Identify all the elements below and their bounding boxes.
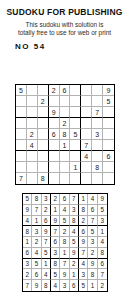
solution-cell-r6c4: 3 xyxy=(51,248,60,259)
puzzle-cell-r7c2 xyxy=(27,151,38,162)
puzzle-cell-r2c1 xyxy=(16,96,27,107)
solution-cell-r9c5: 3 xyxy=(60,280,69,291)
puzzle-cell-r7c6 xyxy=(70,151,81,162)
solution-cell-r7c5: 7 xyxy=(60,259,69,270)
solution-cell-r9c3: 8 xyxy=(42,280,51,291)
sudoku-page: SUDOKU FOR PUBLISHING This sudoku with s… xyxy=(0,0,129,300)
solution-cell-r7c7: 4 xyxy=(79,259,88,270)
puzzle-cell-r4c1 xyxy=(16,118,27,129)
solution-cell-r5c1: 1 xyxy=(23,237,32,248)
solution-cell-r1c1: 5 xyxy=(23,194,32,205)
solution-cell-r4c1: 8 xyxy=(23,226,32,237)
solution-cell-r2c9: 5 xyxy=(98,205,107,216)
puzzle-cell-r7c9: 6 xyxy=(103,151,114,162)
puzzle-cell-r8c3 xyxy=(38,162,49,173)
solution-cell-r3c6: 8 xyxy=(70,216,79,227)
solution-cell-r5c9: 4 xyxy=(98,237,107,248)
solution-cell-r7c4: 8 xyxy=(51,259,60,270)
puzzle-cell-r4c9 xyxy=(103,118,114,129)
puzzle-cell-r9c3: 8 xyxy=(38,173,49,184)
solution-cell-r4c6: 4 xyxy=(70,226,79,237)
puzzle-cell-r4c4 xyxy=(49,118,60,129)
subtitle-line-1: This sudoku with solution is xyxy=(0,21,129,29)
solution-cell-r4c4: 7 xyxy=(51,226,60,237)
puzzle-cell-r7c5 xyxy=(60,151,71,162)
puzzle-cell-r1c3 xyxy=(38,85,49,96)
puzzle-cell-r2c2 xyxy=(27,96,38,107)
solution-cell-r4c8: 5 xyxy=(88,226,97,237)
puzzle-cell-r3c1 xyxy=(16,107,27,118)
solution-cell-r9c9: 2 xyxy=(98,280,107,291)
puzzle-cell-r1c8 xyxy=(92,85,103,96)
puzzle-cell-r3c3 xyxy=(38,107,49,118)
solution-cell-r5c7: 9 xyxy=(79,237,88,248)
puzzle-cell-r5c9 xyxy=(103,129,114,140)
solution-cell-r3c8: 7 xyxy=(88,216,97,227)
puzzle-cell-r1c5: 6 xyxy=(60,85,71,96)
puzzle-cell-r2c7 xyxy=(81,96,92,107)
puzzle-cell-r2c6 xyxy=(70,96,81,107)
puzzle-cell-r2c3: 2 xyxy=(38,96,49,107)
puzzle-cell-r7c4 xyxy=(49,151,60,162)
solution-cell-r9c8: 1 xyxy=(88,280,97,291)
puzzle-cell-r1c9: 9 xyxy=(103,85,114,96)
puzzle-cell-r6c3 xyxy=(38,140,49,151)
solution-cell-r1c6: 7 xyxy=(70,194,79,205)
solution-cell-r9c1: 7 xyxy=(23,280,32,291)
puzzle-cell-r4c7 xyxy=(81,118,92,129)
solution-cell-r2c3: 2 xyxy=(42,205,51,216)
puzzle-cell-r8c8: 8 xyxy=(92,162,103,173)
solution-cell-r8c6: 1 xyxy=(70,269,79,280)
solution-cell-r8c9: 7 xyxy=(98,269,107,280)
puzzle-cell-r5c4: 6 xyxy=(49,129,60,140)
solution-cell-r6c7: 7 xyxy=(79,248,88,259)
puzzle-cell-r9c4 xyxy=(49,173,60,184)
puzzle-cell-r8c9 xyxy=(103,162,114,173)
solution-cell-r2c7: 8 xyxy=(79,205,88,216)
solution-cell-r8c3: 4 xyxy=(42,269,51,280)
puzzle-cell-r3c9 xyxy=(103,107,114,118)
puzzle-cell-r6c7: 7 xyxy=(81,140,92,151)
solution-cell-r1c8: 4 xyxy=(88,194,97,205)
puzzle-cell-r6c9 xyxy=(103,140,114,151)
subtitle-line-2: totally free to use for web or print xyxy=(0,29,129,37)
solution-cell-r4c3: 9 xyxy=(42,226,51,237)
solution-cell-r4c7: 6 xyxy=(79,226,88,237)
solution-cell-r6c8: 2 xyxy=(88,248,97,259)
solution-cell-r4c2: 3 xyxy=(32,226,41,237)
solution-cell-r7c2: 5 xyxy=(32,259,41,270)
puzzle-cell-r6c8 xyxy=(92,140,103,151)
puzzle-cell-r6c6 xyxy=(70,140,81,151)
solution-cell-r3c4: 9 xyxy=(51,216,60,227)
solution-cell-r1c3: 3 xyxy=(42,194,51,205)
solution-cell-r4c9: 1 xyxy=(98,226,107,237)
puzzle-cell-r3c5 xyxy=(60,107,71,118)
puzzle-cell-r5c1 xyxy=(16,129,27,140)
solution-cell-r9c2: 9 xyxy=(32,280,41,291)
puzzle-cell-r2c9: 5 xyxy=(103,96,114,107)
puzzle-cell-r4c8 xyxy=(92,118,103,129)
solution-cell-r7c8: 9 xyxy=(88,259,97,270)
solution-cell-r7c9: 6 xyxy=(98,259,107,270)
puzzle-cell-r3c8: 7 xyxy=(92,107,103,118)
puzzle-cell-r8c4 xyxy=(49,162,60,173)
solution-cell-r2c5: 4 xyxy=(60,205,69,216)
puzzle-cell-r1c6 xyxy=(70,85,81,96)
solution-cell-r9c4: 4 xyxy=(51,280,60,291)
puzzle-cell-r1c2 xyxy=(27,85,38,96)
puzzle-cell-r9c7 xyxy=(81,173,92,184)
solution-grid: 5832671499721438654169582738397246511276… xyxy=(22,193,108,292)
puzzle-cell-r7c7: 4 xyxy=(81,151,92,162)
puzzle-grid: 52692597226853417461878 xyxy=(15,84,115,185)
puzzle-cell-r3c6 xyxy=(70,107,81,118)
solution-cell-r3c2: 1 xyxy=(32,216,41,227)
solution-cell-r2c1: 9 xyxy=(23,205,32,216)
solution-cell-r7c1: 3 xyxy=(23,259,32,270)
puzzle-cell-r8c6: 1 xyxy=(70,162,81,173)
puzzle-cell-r4c3 xyxy=(38,118,49,129)
puzzle-cell-r8c2 xyxy=(27,162,38,173)
solution-cell-r5c6: 5 xyxy=(70,237,79,248)
solution-cell-r6c9: 8 xyxy=(98,248,107,259)
solution-cell-r6c6: 9 xyxy=(70,248,79,259)
solution-cell-r6c2: 4 xyxy=(32,248,41,259)
puzzle-cell-r5c7 xyxy=(81,129,92,140)
solution-cell-r6c3: 5 xyxy=(42,248,51,259)
solution-cell-r8c5: 9 xyxy=(60,269,69,280)
solution-cell-r7c3: 1 xyxy=(42,259,51,270)
solution-cell-r4c5: 2 xyxy=(60,226,69,237)
solution-cell-r2c6: 3 xyxy=(70,205,79,216)
puzzle-cell-r6c2: 4 xyxy=(27,140,38,151)
puzzle-number-label: NO 54 xyxy=(15,42,46,51)
puzzle-cell-r1c7 xyxy=(81,85,92,96)
solution-cell-r5c8: 3 xyxy=(88,237,97,248)
puzzle-cell-r5c8: 3 xyxy=(92,129,103,140)
solution-cell-r3c5: 5 xyxy=(60,216,69,227)
puzzle-cell-r9c1: 7 xyxy=(16,173,27,184)
solution-cell-r1c9: 9 xyxy=(98,194,107,205)
puzzle-cell-r7c8 xyxy=(92,151,103,162)
solution-cell-r2c4: 1 xyxy=(51,205,60,216)
puzzle-cell-r3c2 xyxy=(27,107,38,118)
solution-cell-r3c3: 6 xyxy=(42,216,51,227)
puzzle-cell-r6c4 xyxy=(49,140,60,151)
puzzle-cell-r6c5: 1 xyxy=(60,140,71,151)
solution-cell-r8c1: 2 xyxy=(23,269,32,280)
puzzle-cell-r8c5 xyxy=(60,162,71,173)
solution-cell-r5c2: 2 xyxy=(32,237,41,248)
puzzle-cell-r5c3 xyxy=(38,129,49,140)
page-title: SUDOKU FOR PUBLISHING xyxy=(0,7,129,17)
solution-cell-r5c3: 7 xyxy=(42,237,51,248)
solution-cell-r8c7: 3 xyxy=(79,269,88,280)
solution-cell-r6c5: 1 xyxy=(60,248,69,259)
puzzle-cell-r9c9 xyxy=(103,173,114,184)
puzzle-cell-r5c2: 2 xyxy=(27,129,38,140)
solution-cell-r9c7: 5 xyxy=(79,280,88,291)
solution-cell-r1c2: 8 xyxy=(32,194,41,205)
puzzle-cell-r9c6 xyxy=(70,173,81,184)
solution-cell-r1c7: 1 xyxy=(79,194,88,205)
puzzle-cell-r5c6: 5 xyxy=(70,129,81,140)
puzzle-cell-r4c2 xyxy=(27,118,38,129)
solution-cell-r1c5: 6 xyxy=(60,194,69,205)
puzzle-cell-r6c1 xyxy=(16,140,27,151)
solution-cell-r1c4: 2 xyxy=(51,194,60,205)
puzzle-cell-r8c7 xyxy=(81,162,92,173)
solution-cell-r8c2: 6 xyxy=(32,269,41,280)
puzzle-cell-r8c1 xyxy=(16,162,27,173)
solution-cell-r3c9: 3 xyxy=(98,216,107,227)
puzzle-cell-r4c6 xyxy=(70,118,81,129)
puzzle-cell-r2c4 xyxy=(49,96,60,107)
puzzle-cell-r9c5 xyxy=(60,173,71,184)
solution-cell-r5c4: 6 xyxy=(51,237,60,248)
solution-cell-r3c1: 4 xyxy=(23,216,32,227)
solution-cell-r8c8: 8 xyxy=(88,269,97,280)
puzzle-cell-r7c3 xyxy=(38,151,49,162)
puzzle-cell-r2c8 xyxy=(92,96,103,107)
solution-cell-r5c5: 8 xyxy=(60,237,69,248)
puzzle-cell-r1c4: 2 xyxy=(49,85,60,96)
subtitle: This sudoku with solution is totally fre… xyxy=(0,21,129,37)
puzzle-cell-r2c5 xyxy=(60,96,71,107)
solution-cell-r6c1: 6 xyxy=(23,248,32,259)
puzzle-cell-r7c1 xyxy=(16,151,27,162)
puzzle-cell-r9c2 xyxy=(27,173,38,184)
solution-cell-r3c7: 2 xyxy=(79,216,88,227)
solution-cell-r2c8: 6 xyxy=(88,205,97,216)
puzzle-cell-r4c5: 2 xyxy=(60,118,71,129)
puzzle-cell-r3c4: 9 xyxy=(49,107,60,118)
puzzle-cell-r1c1: 5 xyxy=(16,85,27,96)
solution-cell-r7c6: 2 xyxy=(70,259,79,270)
solution-cell-r2c2: 7 xyxy=(32,205,41,216)
puzzle-cell-r5c5: 8 xyxy=(60,129,71,140)
solution-cell-r9c6: 6 xyxy=(70,280,79,291)
puzzle-cell-r3c7 xyxy=(81,107,92,118)
solution-cell-r8c4: 5 xyxy=(51,269,60,280)
puzzle-cell-r9c8 xyxy=(92,173,103,184)
